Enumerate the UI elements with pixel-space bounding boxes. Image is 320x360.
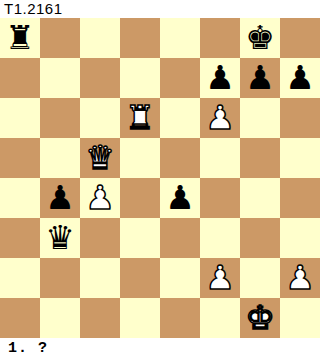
square-f3[interactable] [200,218,240,258]
square-e6[interactable] [160,98,200,138]
square-f7[interactable]: ♟ [200,58,240,98]
black-queen-piece[interactable]: ♛ [45,218,75,258]
square-h3[interactable] [280,218,320,258]
square-e7[interactable] [160,58,200,98]
black-pawn-piece[interactable]: ♟ [285,58,315,98]
square-b3[interactable]: ♛ [40,218,80,258]
square-e3[interactable] [160,218,200,258]
white-rook-piece[interactable]: ♜ [125,98,155,138]
square-d4[interactable] [120,178,160,218]
square-g2[interactable] [240,258,280,298]
square-c8[interactable] [80,18,120,58]
square-c6[interactable] [80,98,120,138]
square-d8[interactable] [120,18,160,58]
square-f8[interactable] [200,18,240,58]
square-a1[interactable] [0,298,40,338]
puzzle-title: T1.2161 [4,1,63,17]
square-h1[interactable] [280,298,320,338]
square-c1[interactable] [80,298,120,338]
black-pawn-piece[interactable]: ♟ [45,178,75,218]
chess-board: ♜♚♟♟♟♜♟♛♟♟♟♛♟♟♚ [0,18,320,338]
square-d6[interactable]: ♜ [120,98,160,138]
white-pawn-piece[interactable]: ♟ [85,178,115,218]
square-e2[interactable] [160,258,200,298]
black-pawn-piece[interactable]: ♟ [205,58,235,98]
square-g7[interactable]: ♟ [240,58,280,98]
square-f2[interactable]: ♟ [200,258,240,298]
square-b8[interactable] [40,18,80,58]
square-h5[interactable] [280,138,320,178]
black-pawn-piece[interactable]: ♟ [165,178,195,218]
square-c2[interactable] [80,258,120,298]
square-g5[interactable] [240,138,280,178]
square-f1[interactable] [200,298,240,338]
square-h4[interactable] [280,178,320,218]
square-e8[interactable] [160,18,200,58]
square-e4[interactable]: ♟ [160,178,200,218]
square-c7[interactable] [80,58,120,98]
white-queen-piece[interactable]: ♛ [85,138,115,178]
square-b1[interactable] [40,298,80,338]
move-prompt: 1. ? [8,340,48,358]
square-h8[interactable] [280,18,320,58]
square-e1[interactable] [160,298,200,338]
square-a2[interactable] [0,258,40,298]
square-c4[interactable]: ♟ [80,178,120,218]
white-pawn-piece[interactable]: ♟ [285,258,315,298]
black-rook-piece[interactable]: ♜ [5,18,35,58]
square-b5[interactable] [40,138,80,178]
square-a6[interactable] [0,98,40,138]
square-a4[interactable] [0,178,40,218]
square-c5[interactable]: ♛ [80,138,120,178]
square-h2[interactable]: ♟ [280,258,320,298]
square-g6[interactable] [240,98,280,138]
square-b6[interactable] [40,98,80,138]
black-pawn-piece[interactable]: ♟ [245,58,275,98]
square-d5[interactable] [120,138,160,178]
white-king-piece[interactable]: ♚ [245,298,275,338]
square-e5[interactable] [160,138,200,178]
square-c3[interactable] [80,218,120,258]
square-a7[interactable] [0,58,40,98]
square-g1[interactable]: ♚ [240,298,280,338]
square-d2[interactable] [120,258,160,298]
square-f4[interactable] [200,178,240,218]
square-f6[interactable]: ♟ [200,98,240,138]
square-g4[interactable] [240,178,280,218]
square-a3[interactable] [0,218,40,258]
square-f5[interactable] [200,138,240,178]
white-pawn-piece[interactable]: ♟ [205,258,235,298]
square-b2[interactable] [40,258,80,298]
square-g8[interactable]: ♚ [240,18,280,58]
square-d1[interactable] [120,298,160,338]
square-a8[interactable]: ♜ [0,18,40,58]
square-b4[interactable]: ♟ [40,178,80,218]
white-pawn-piece[interactable]: ♟ [205,98,235,138]
square-a5[interactable] [0,138,40,178]
square-h7[interactable]: ♟ [280,58,320,98]
square-d3[interactable] [120,218,160,258]
square-h6[interactable] [280,98,320,138]
square-b7[interactable] [40,58,80,98]
black-king-piece[interactable]: ♚ [245,18,275,58]
square-g3[interactable] [240,218,280,258]
square-d7[interactable] [120,58,160,98]
